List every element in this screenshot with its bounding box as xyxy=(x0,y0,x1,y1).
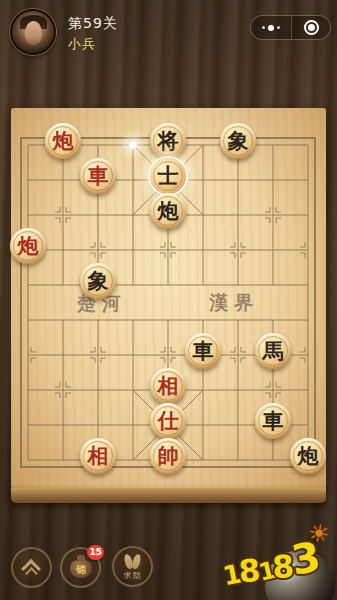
player-rank-label: 小兵 xyxy=(68,35,96,53)
bag-character: 锦 xyxy=(70,563,92,577)
last-move-marker xyxy=(127,139,139,151)
piece-glyph: 士 xyxy=(158,166,179,187)
black-piece-炮[interactable]: 炮 xyxy=(290,438,326,474)
red-piece-帥[interactable]: 帥 xyxy=(150,438,186,474)
close-button[interactable] xyxy=(292,16,330,39)
help-label: 求助 xyxy=(114,570,151,581)
piece-glyph: 相 xyxy=(158,376,179,397)
piece-glyph: 相 xyxy=(88,446,109,467)
black-piece-炮[interactable]: 炮 xyxy=(150,193,186,229)
black-piece-車[interactable]: 車 xyxy=(185,333,221,369)
piece-glyph: 象 xyxy=(228,131,249,152)
black-piece-象[interactable]: 象 xyxy=(220,123,256,159)
praying-hands-icon xyxy=(114,554,151,570)
avatar xyxy=(10,9,56,55)
ask-help-button[interactable]: 求助 xyxy=(112,546,153,587)
black-piece-車[interactable]: 車 xyxy=(255,403,291,439)
red-piece-相[interactable]: 相 xyxy=(150,368,186,404)
menu-button[interactable] xyxy=(11,547,52,588)
miniprogram-capsule xyxy=(250,15,331,40)
piece-glyph: 象 xyxy=(88,271,109,292)
black-piece-馬[interactable]: 馬 xyxy=(255,333,291,369)
piece-glyph: 仕 xyxy=(158,411,179,432)
piece-glyph: 車 xyxy=(193,341,214,362)
piece-glyph: 車 xyxy=(263,411,284,432)
river-label-right: 漢界 xyxy=(209,290,259,316)
piece-glyph: 将 xyxy=(158,131,179,152)
hint-count-badge: 15 xyxy=(87,545,104,560)
watermark-18183: ☀ 18183 xyxy=(219,524,337,600)
capsule-target-icon xyxy=(304,20,319,35)
board-3d-edge xyxy=(11,488,326,503)
piece-glyph: 馬 xyxy=(263,341,284,362)
piece-glyph: 車 xyxy=(88,166,109,187)
black-piece-象[interactable]: 象 xyxy=(80,263,116,299)
black-piece-将[interactable]: 将 xyxy=(150,123,186,159)
hint-bag-button[interactable]: 锦 15 xyxy=(60,547,101,588)
more-dots-icon xyxy=(277,26,280,29)
level-title: 第59关 xyxy=(68,15,118,33)
more-button[interactable] xyxy=(251,16,292,39)
red-piece-炮[interactable]: 炮 xyxy=(45,123,81,159)
black-piece-士[interactable]: 士 xyxy=(150,158,186,194)
piece-glyph: 炮 xyxy=(158,201,179,222)
watermark-text: 18183 xyxy=(220,538,321,588)
red-piece-炮[interactable]: 炮 xyxy=(10,228,46,264)
red-piece-仕[interactable]: 仕 xyxy=(150,403,186,439)
red-piece-相[interactable]: 相 xyxy=(80,438,116,474)
piece-glyph: 炮 xyxy=(298,446,319,467)
piece-glyph: 炮 xyxy=(18,236,39,257)
avatar-face xyxy=(25,21,42,45)
piece-glyph: 炮 xyxy=(53,131,74,152)
more-dots-icon xyxy=(268,25,274,31)
more-dots-icon xyxy=(262,26,265,29)
money-bag-icon: 锦 xyxy=(70,560,92,578)
red-piece-車[interactable]: 車 xyxy=(80,158,116,194)
piece-glyph: 帥 xyxy=(158,446,179,467)
